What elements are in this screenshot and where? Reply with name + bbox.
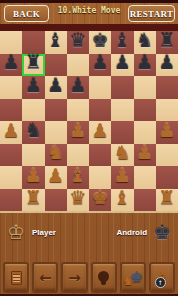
piece-white-bishop[interactable]: ♝ bbox=[114, 188, 131, 207]
restart-button[interactable]: RESTART bbox=[128, 5, 175, 22]
square-d8[interactable]: ♛ bbox=[67, 31, 89, 54]
piece-white-pawn[interactable]: ♟ bbox=[25, 166, 42, 185]
square-h6[interactable] bbox=[156, 76, 178, 99]
piece-white-queen[interactable]: ♛ bbox=[69, 188, 86, 207]
board-bottom-edge bbox=[0, 211, 178, 213]
square-h3[interactable] bbox=[156, 144, 178, 167]
players-row: ♔ Player Android ♚ bbox=[0, 214, 178, 250]
chess-app-screen: 10.White Move BACK RESTART ♝♛♚♝♞♜♟♜♟♟♟♟♟… bbox=[0, 0, 178, 296]
left-arrow-icon: ← bbox=[39, 269, 52, 287]
black-player-label: Android bbox=[116, 228, 147, 237]
piece-black-knight[interactable]: ♞ bbox=[25, 121, 42, 140]
square-g6[interactable] bbox=[134, 76, 156, 99]
square-b7[interactable]: ♜ bbox=[22, 54, 44, 77]
square-c4[interactable] bbox=[45, 121, 67, 144]
square-h1[interactable]: ♜ bbox=[156, 189, 178, 212]
square-c7[interactable] bbox=[45, 54, 67, 77]
back-button[interactable]: BACK bbox=[4, 5, 49, 22]
piece-black-pawn[interactable]: ♟ bbox=[136, 53, 153, 72]
square-a2[interactable] bbox=[0, 166, 22, 189]
piece-white-king[interactable]: ♚ bbox=[92, 188, 109, 207]
square-f7[interactable]: ♟ bbox=[111, 54, 133, 77]
piece-white-pawn[interactable]: ♟ bbox=[114, 166, 131, 185]
square-f8[interactable]: ♝ bbox=[111, 31, 133, 54]
square-h4[interactable]: ♟ bbox=[156, 121, 178, 144]
square-f3[interactable]: ♞ bbox=[111, 144, 133, 167]
square-e8[interactable]: ♚ bbox=[89, 31, 111, 54]
square-h8[interactable]: ♜ bbox=[156, 31, 178, 54]
square-d5[interactable] bbox=[67, 99, 89, 122]
square-c8[interactable]: ♝ bbox=[45, 31, 67, 54]
square-f4[interactable] bbox=[111, 121, 133, 144]
square-d2[interactable]: ♝ bbox=[67, 166, 89, 189]
square-e5[interactable] bbox=[89, 99, 111, 122]
square-a6[interactable] bbox=[0, 76, 22, 99]
hint-button[interactable] bbox=[91, 262, 117, 293]
square-c2[interactable]: ♟ bbox=[45, 166, 67, 189]
square-g7[interactable]: ♟ bbox=[134, 54, 156, 77]
square-f1[interactable]: ♝ bbox=[111, 189, 133, 212]
piece-black-rook[interactable]: ♜ bbox=[25, 53, 42, 72]
square-f5[interactable] bbox=[111, 99, 133, 122]
square-g4[interactable] bbox=[134, 121, 156, 144]
square-f2[interactable]: ♟ bbox=[111, 166, 133, 189]
piece-black-pawn[interactable]: ♟ bbox=[47, 76, 64, 95]
back-move-button[interactable]: ← bbox=[32, 262, 58, 293]
square-h2[interactable] bbox=[156, 166, 178, 189]
square-a7[interactable]: ♟ bbox=[0, 54, 22, 77]
square-a3[interactable] bbox=[0, 144, 22, 167]
lightbulb-icon bbox=[98, 271, 109, 285]
piece-black-pawn[interactable]: ♟ bbox=[114, 53, 131, 72]
square-f6[interactable] bbox=[111, 76, 133, 99]
black-king-icon: ♚ bbox=[153, 222, 171, 242]
square-b4[interactable]: ♞ bbox=[22, 121, 44, 144]
square-g5[interactable] bbox=[134, 99, 156, 122]
square-d6[interactable]: ♟ bbox=[67, 76, 89, 99]
square-d1[interactable]: ♛ bbox=[67, 189, 89, 212]
knight-icon: ♞ bbox=[122, 275, 133, 287]
piece-black-bishop[interactable]: ♝ bbox=[114, 31, 131, 50]
right-arrow-icon: → bbox=[68, 269, 81, 287]
piece-white-pawn[interactable]: ♟ bbox=[3, 121, 20, 140]
square-b6[interactable]: ♟ bbox=[22, 76, 44, 99]
piece-black-bishop[interactable]: ♝ bbox=[47, 31, 64, 50]
square-c6[interactable]: ♟ bbox=[45, 76, 67, 99]
piece-black-pawn[interactable]: ♟ bbox=[25, 76, 42, 95]
piece-white-pawn[interactable]: ♟ bbox=[47, 166, 64, 185]
square-c3[interactable]: ♞ bbox=[45, 144, 67, 167]
piece-black-king[interactable]: ♚ bbox=[92, 31, 109, 50]
square-a8[interactable] bbox=[0, 31, 22, 54]
piece-set-button[interactable]: ♞ ♚ bbox=[120, 262, 146, 293]
white-king-icon: ♔ bbox=[7, 222, 25, 242]
top-strip bbox=[0, 0, 178, 3]
square-a5[interactable] bbox=[0, 99, 22, 122]
square-b2[interactable]: ♟ bbox=[22, 166, 44, 189]
white-player-label: Player bbox=[32, 228, 56, 237]
piece-black-pawn[interactable]: ♟ bbox=[69, 76, 86, 95]
piece-white-pawn[interactable]: ♟ bbox=[92, 121, 109, 140]
piece-white-bishop[interactable]: ♝ bbox=[69, 166, 86, 185]
piece-white-pawn[interactable]: ♟ bbox=[136, 143, 153, 162]
square-b3[interactable] bbox=[22, 144, 44, 167]
square-h5[interactable] bbox=[156, 99, 178, 122]
square-g8[interactable]: ♞ bbox=[134, 31, 156, 54]
square-a1[interactable] bbox=[0, 189, 22, 212]
square-h7[interactable]: ♟ bbox=[156, 54, 178, 77]
bottom-toolbar: ← → ♞ ♚ ♝ ↑ bbox=[3, 262, 175, 293]
top-bar: 10.White Move BACK RESTART bbox=[0, 0, 178, 31]
square-e7[interactable]: ♟ bbox=[89, 54, 111, 77]
square-e4[interactable]: ♟ bbox=[89, 121, 111, 144]
square-g1[interactable] bbox=[134, 189, 156, 212]
document-icon bbox=[11, 271, 22, 285]
square-d4[interactable]: ♟ bbox=[67, 121, 89, 144]
square-b5[interactable] bbox=[22, 99, 44, 122]
square-e1[interactable]: ♚ bbox=[89, 189, 111, 212]
piece-black-pawn[interactable]: ♟ bbox=[92, 53, 109, 72]
piece-white-rook[interactable]: ♜ bbox=[25, 188, 42, 207]
square-e2[interactable] bbox=[89, 166, 111, 189]
square-a4[interactable]: ♟ bbox=[0, 121, 22, 144]
square-c1[interactable] bbox=[45, 189, 67, 212]
square-d7[interactable] bbox=[67, 54, 89, 77]
piece-white-rook[interactable]: ♜ bbox=[158, 188, 175, 207]
square-d3[interactable] bbox=[67, 144, 89, 167]
piece-white-pawn[interactable]: ♟ bbox=[69, 121, 86, 140]
piece-white-knight[interactable]: ♞ bbox=[47, 143, 64, 162]
square-e3[interactable] bbox=[89, 144, 111, 167]
square-e6[interactable] bbox=[89, 76, 111, 99]
piece-white-pawn[interactable]: ♟ bbox=[158, 121, 175, 140]
square-c5[interactable] bbox=[45, 99, 67, 122]
piece-black-knight[interactable]: ♞ bbox=[136, 31, 153, 50]
piece-black-queen[interactable]: ♛ bbox=[69, 31, 86, 50]
piece-black-pawn[interactable]: ♟ bbox=[3, 53, 20, 72]
piece-black-rook[interactable]: ♜ bbox=[158, 31, 175, 50]
move-list-button[interactable] bbox=[3, 262, 29, 293]
forward-move-button[interactable]: → bbox=[61, 262, 87, 293]
side-select-button[interactable]: ♝ ↑ bbox=[149, 262, 175, 293]
square-g3[interactable]: ♟ bbox=[134, 144, 156, 167]
square-b8[interactable] bbox=[22, 31, 44, 54]
square-g2[interactable] bbox=[134, 166, 156, 189]
piece-white-knight[interactable]: ♞ bbox=[114, 143, 131, 162]
up-arrow-badge-icon: ↑ bbox=[155, 277, 166, 288]
piece-black-pawn[interactable]: ♟ bbox=[158, 53, 175, 72]
square-b1[interactable]: ♜ bbox=[22, 189, 44, 212]
chess-board: ♝♛♚♝♞♜♟♜♟♟♟♟♟♟♟♟♞♟♟♟♞♞♟♟♟♝♟♜♛♚♝♜ bbox=[0, 31, 178, 211]
